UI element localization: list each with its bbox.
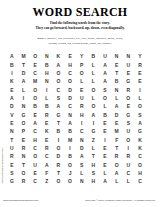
letter-grid-container: AMONKEYBUNNYBTEBAHPLAEURIDCHOCOLATEEKAMN… — [6, 52, 146, 186]
grid-cell: N — [64, 110, 76, 118]
grid-cell: A — [134, 119, 146, 127]
grid-cell: T — [53, 119, 65, 127]
grid-cell: K — [41, 127, 53, 135]
grid-cell: A — [64, 119, 76, 127]
grid-cell: D — [18, 69, 30, 77]
grid-cell: S — [88, 169, 100, 177]
grid-cell: U — [76, 94, 88, 102]
grid-cell: K — [134, 144, 146, 152]
grid-cell: N — [122, 52, 134, 60]
grid-cell: R — [122, 152, 134, 160]
grid-cell: R — [111, 152, 123, 160]
grid-cell: A — [53, 60, 65, 68]
grid-cell: E — [76, 85, 88, 93]
grid-cell: R — [41, 144, 53, 152]
grid-cell: B — [64, 127, 76, 135]
worksheet-page: WORD SEARCH Find the following words fro… — [0, 0, 160, 207]
grid-cell: O — [122, 135, 134, 143]
grid-cell: O — [29, 85, 41, 93]
grid-cell: O — [29, 94, 41, 102]
grid-cell: A — [111, 169, 123, 177]
grid-cell: E — [64, 52, 76, 60]
grid-cell: A — [99, 177, 111, 185]
grid-cell: B — [29, 102, 41, 110]
grid-cell: E — [6, 119, 18, 127]
grid-cell: A — [41, 160, 53, 168]
grid-cell: G — [122, 110, 134, 118]
grid-cell: L — [99, 169, 111, 177]
grid-cell: H — [76, 110, 88, 118]
grid-cell: J — [64, 169, 76, 177]
grid-cell: L — [111, 177, 123, 185]
grid-cell: L — [111, 94, 123, 102]
grid-cell: I — [18, 94, 30, 102]
grid-cell: I — [76, 119, 88, 127]
grid-cell: A — [99, 69, 111, 77]
grid-cell: E — [41, 119, 53, 127]
grid-cell: E — [134, 77, 146, 85]
grid-cell: B — [64, 152, 76, 160]
grid-cell: B — [111, 77, 123, 85]
grid-cell: O — [88, 85, 100, 93]
grid-cell: K — [134, 135, 146, 143]
grid-cell: R — [53, 160, 65, 168]
grid-cell: F — [41, 169, 53, 177]
grid-cell: E — [99, 152, 111, 160]
grid-cell: L — [76, 77, 88, 85]
grid-cell: E — [122, 102, 134, 110]
grid-cell: E — [6, 85, 18, 93]
grid-cell: D — [76, 144, 88, 152]
grid-cell: O — [64, 160, 76, 168]
page-title: WORD SEARCH — [0, 5, 160, 19]
grid-cell: A — [29, 119, 41, 127]
grid-cell: O — [29, 152, 41, 160]
grid-cell: H — [88, 177, 100, 185]
grid-cell: L — [76, 169, 88, 177]
grid-cell: D — [111, 110, 123, 118]
grid-cell: I — [41, 85, 53, 93]
word-list-line-2: balloon, reading, fun, curious george, b… — [0, 41, 160, 46]
grid-cell: E — [99, 127, 111, 135]
grid-cell: A — [6, 52, 18, 60]
grid-cell: S — [134, 110, 146, 118]
grid-cell: B — [99, 110, 111, 118]
grid-cell: S — [122, 119, 134, 127]
grid-cell: D — [53, 152, 65, 160]
grid-cell: R — [41, 110, 53, 118]
grid-cell: H — [64, 60, 76, 68]
grid-cell: R — [134, 60, 146, 68]
footer-website: www.houghtonmifflinbooks.com — [3, 199, 87, 205]
grid-cell: C — [76, 127, 88, 135]
grid-cell: O — [134, 102, 146, 110]
grid-cell: H — [134, 169, 146, 177]
grid-cell: S — [53, 94, 65, 102]
grid-cell: Z — [88, 135, 100, 143]
grid-cell: L — [122, 177, 134, 185]
grid-cell: G — [53, 110, 65, 118]
grid-cell: O — [64, 77, 76, 85]
grid-cell: E — [29, 169, 41, 177]
grid-cell: H — [88, 160, 100, 168]
grid-cell: V — [6, 110, 18, 118]
grid-cell: L — [88, 60, 100, 68]
grid-cell: E — [18, 135, 30, 143]
grid-cell: E — [122, 69, 134, 77]
grid-cell: C — [41, 152, 53, 160]
grid-cell: E — [134, 69, 146, 77]
grid-cell: O — [88, 102, 100, 110]
grid-cell: G — [122, 77, 134, 85]
grid-cell: O — [53, 144, 65, 152]
grid-cell: A — [99, 77, 111, 85]
grid-cell: B — [41, 102, 53, 110]
grid-cell: E — [99, 160, 111, 168]
grid-cell: E — [99, 119, 111, 127]
grid-cell: A — [88, 110, 100, 118]
grid-cell: T — [111, 144, 123, 152]
footer-copyright: Copyright © 2001 Houghton Mifflin Compan… — [85, 199, 160, 205]
grid-cell: G — [18, 110, 30, 118]
grid-cell: B — [53, 127, 65, 135]
grid-cell: A — [76, 152, 88, 160]
grid-cell: H — [29, 135, 41, 143]
grid-cell: C — [134, 152, 146, 160]
grid-cell: I — [64, 144, 76, 152]
grid-cell: F — [111, 135, 123, 143]
grid-cell: T — [88, 152, 100, 160]
grid-cell: N — [18, 102, 30, 110]
grid-cell: I — [53, 135, 65, 143]
grid-cell: T — [53, 169, 65, 177]
grid-cell: A — [53, 102, 65, 110]
grid-cell: O — [18, 169, 30, 177]
grid-cell: M — [29, 77, 41, 85]
grid-cell: E — [99, 144, 111, 152]
grid-cell: N — [111, 85, 123, 93]
grid-cell: C — [122, 169, 134, 177]
grid-cell: E — [111, 60, 123, 68]
grid-cell: E — [41, 135, 53, 143]
grid-cell: I — [6, 69, 18, 77]
grid-cell: I — [99, 135, 111, 143]
grid-cell: T — [18, 60, 30, 68]
grid-cell: Y — [134, 52, 146, 60]
grid-cell: E — [111, 119, 123, 127]
grid-cell: O — [111, 160, 123, 168]
grid-cell: N — [41, 52, 53, 60]
grid-cell: G — [88, 127, 100, 135]
grid-cell: G — [134, 127, 146, 135]
grid-cell: E — [6, 160, 18, 168]
grid-cell: S — [99, 85, 111, 93]
grid-cell: I — [88, 119, 100, 127]
grid-cell: C — [64, 102, 76, 110]
grid-cell: P — [18, 127, 30, 135]
grid-cell: N — [111, 52, 123, 60]
grid-cell: L — [18, 85, 30, 93]
grid-cell: T — [18, 160, 30, 168]
grid-cell: K — [6, 77, 18, 85]
grid-cell: L — [88, 144, 100, 152]
grid-cell: R — [18, 144, 30, 152]
grid-cell: T — [6, 135, 18, 143]
grid-cell: E — [29, 110, 41, 118]
grid-cell: O — [53, 77, 65, 85]
grid-cell: C — [64, 69, 76, 77]
grid-cell: U — [99, 52, 111, 60]
grid-cell: A — [18, 77, 30, 85]
grid-cell: L — [88, 69, 100, 77]
grid-cell: R — [122, 85, 134, 93]
grid-cell: U — [29, 160, 41, 168]
grid-cell: C — [53, 85, 65, 93]
grid-cell: O — [134, 160, 146, 168]
left-edge-vertical-text: www.houghtonmifflinbooks.com — [1, 183, 85, 189]
grid-cell: D — [64, 94, 76, 102]
grid-cell: M — [18, 52, 30, 60]
grid-cell: B — [6, 60, 18, 68]
grid-cell: B — [41, 60, 53, 68]
grid-cell: C — [134, 177, 146, 185]
grid-cell: A — [111, 102, 123, 110]
grid-cell: A — [99, 60, 111, 68]
grid-cell: N — [41, 77, 53, 85]
grid-cell: U — [122, 127, 134, 135]
grid-cell: D — [6, 102, 18, 110]
grid-cell: K — [53, 52, 65, 60]
grid-cell: B — [88, 52, 100, 60]
grid-cell: E — [29, 60, 41, 68]
grid-cell: L — [88, 77, 100, 85]
grid-cell: S — [6, 169, 18, 177]
grid-cell: I — [122, 144, 134, 152]
grid-cell: O — [53, 69, 65, 77]
grid-cell: L — [99, 102, 111, 110]
grid-cell: O — [99, 94, 111, 102]
grid-cell: C — [29, 127, 41, 135]
grid-cell: R — [76, 102, 88, 110]
grid-cell: O — [76, 69, 88, 77]
grid-cell: U — [122, 60, 134, 68]
grid-cell: D — [64, 85, 76, 93]
grid-cell: I — [134, 85, 146, 93]
grid-cell: P — [76, 60, 88, 68]
grid-cell: O — [18, 119, 30, 127]
instructions-line-2: They can go forward, backward, up, down,… — [0, 25, 160, 30]
grid-cell: Y — [76, 52, 88, 60]
grid-cell: O — [29, 52, 41, 60]
grid-cell: N — [18, 152, 30, 160]
grid-cell: L — [41, 94, 53, 102]
grid-cell: S — [76, 160, 88, 168]
letter-grid: AMONKEYBUNNYBTEBAHPLAEURIDCHOCOLATEEKAMN… — [6, 52, 146, 186]
grid-cell: N — [76, 135, 88, 143]
grid-cell: L — [134, 94, 146, 102]
grid-cell: M — [111, 127, 123, 135]
grid-cell: H — [41, 69, 53, 77]
grid-cell: U — [6, 144, 18, 152]
grid-cell: R — [6, 152, 18, 160]
grid-cell: C — [29, 69, 41, 77]
grid-cell: M — [64, 135, 76, 143]
grid-cell: T — [111, 69, 123, 77]
grid-cell: C — [29, 144, 41, 152]
grid-cell: N — [6, 127, 18, 135]
grid-cell: U — [122, 160, 134, 168]
grid-cell: A — [6, 94, 18, 102]
grid-cell: L — [88, 94, 100, 102]
grid-cell: O — [122, 94, 134, 102]
